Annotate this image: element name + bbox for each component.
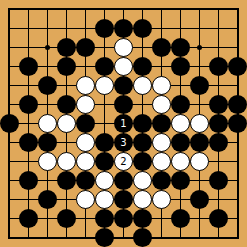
white-stone <box>152 190 171 209</box>
go-board[interactable]: 132 <box>0 0 247 247</box>
black-stone <box>19 95 38 114</box>
white-stone <box>76 133 95 152</box>
black-stone <box>152 38 171 57</box>
black-stone <box>190 190 209 209</box>
black-stone <box>57 38 76 57</box>
black-stone <box>209 114 228 133</box>
black-stone <box>57 57 76 76</box>
black-stone <box>57 171 76 190</box>
black-stone <box>57 95 76 114</box>
black-stone <box>171 95 190 114</box>
white-stone <box>95 171 114 190</box>
white-stone <box>95 190 114 209</box>
black-stone <box>95 152 114 171</box>
white-stone <box>76 152 95 171</box>
black-stone <box>38 190 57 209</box>
black-stone <box>76 38 95 57</box>
white-stone: 2 <box>114 152 133 171</box>
black-stone <box>133 114 152 133</box>
black-stone <box>152 171 171 190</box>
white-stone <box>76 76 95 95</box>
black-stone <box>114 209 133 228</box>
black-stone <box>209 57 228 76</box>
move-number-label: 3 <box>120 138 126 148</box>
white-stone <box>152 95 171 114</box>
white-stone <box>171 114 190 133</box>
black-stone <box>38 76 57 95</box>
white-stone <box>76 95 95 114</box>
white-stone <box>171 152 190 171</box>
black-stone <box>171 133 190 152</box>
move-number-label: 2 <box>120 157 126 167</box>
white-stone <box>133 171 152 190</box>
star-point <box>45 45 50 50</box>
black-stone <box>114 76 133 95</box>
white-stone <box>114 38 133 57</box>
black-stone <box>0 114 19 133</box>
black-stone <box>209 95 228 114</box>
black-stone <box>133 133 152 152</box>
black-stone <box>19 171 38 190</box>
black-stone <box>95 209 114 228</box>
black-stone <box>152 114 171 133</box>
white-stone <box>133 190 152 209</box>
black-stone <box>38 133 57 152</box>
black-stone <box>76 114 95 133</box>
white-stone <box>133 76 152 95</box>
black-stone <box>133 209 152 228</box>
black-stone <box>19 209 38 228</box>
black-stone: 1 <box>114 114 133 133</box>
black-stone <box>171 171 190 190</box>
black-stone <box>19 133 38 152</box>
black-stone <box>95 133 114 152</box>
white-stone <box>190 114 209 133</box>
white-stone <box>38 152 57 171</box>
black-stone <box>19 57 38 76</box>
white-stone <box>38 114 57 133</box>
white-stone <box>76 190 95 209</box>
white-stone <box>152 152 171 171</box>
black-stone <box>95 57 114 76</box>
black-stone <box>171 57 190 76</box>
black-stone <box>114 19 133 38</box>
black-stone <box>133 152 152 171</box>
white-stone <box>152 133 171 152</box>
white-stone <box>95 76 114 95</box>
star-point <box>197 45 202 50</box>
black-stone <box>171 38 190 57</box>
black-stone <box>190 76 209 95</box>
black-stone <box>57 209 76 228</box>
black-stone <box>228 114 247 133</box>
white-stone <box>57 114 76 133</box>
black-stone <box>209 133 228 152</box>
black-stone <box>209 209 228 228</box>
black-stone <box>190 133 209 152</box>
black-stone <box>76 171 95 190</box>
black-stone <box>209 171 228 190</box>
black-stone <box>228 57 247 76</box>
black-stone <box>228 95 247 114</box>
black-stone: 3 <box>114 133 133 152</box>
black-stone <box>133 19 152 38</box>
white-stone <box>57 152 76 171</box>
black-stone <box>171 209 190 228</box>
black-stone <box>95 228 114 247</box>
black-stone <box>95 19 114 38</box>
black-stone <box>114 171 133 190</box>
black-stone <box>133 57 152 76</box>
move-number-label: 1 <box>120 119 126 129</box>
white-stone <box>152 76 171 95</box>
black-stone <box>114 190 133 209</box>
black-stone <box>114 95 133 114</box>
black-stone <box>133 228 152 247</box>
white-stone <box>114 57 133 76</box>
white-stone <box>190 152 209 171</box>
